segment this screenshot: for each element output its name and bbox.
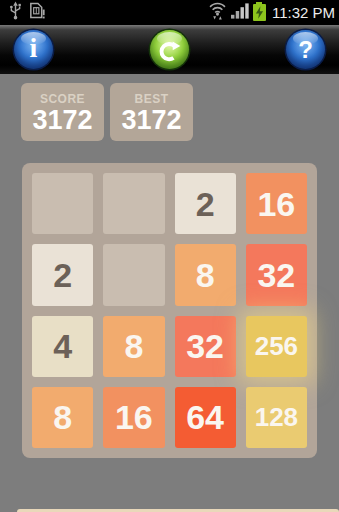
tile-4-r2c0: 4: [32, 316, 93, 377]
tile-32-r2c2: 32: [175, 316, 236, 377]
score-panel: SCORE 3172 BEST 3172: [21, 83, 193, 141]
signal-strength-icon: [231, 2, 250, 24]
tile-32-r1c3: 32: [246, 244, 307, 305]
clock-text: 11:32 PM: [272, 4, 335, 21]
status-left-icons: [3, 1, 45, 24]
tile-64-r3c2: 64: [175, 387, 236, 448]
tile-8-r3c0: 8: [32, 387, 93, 448]
tile-16-r0c3: 16: [246, 173, 307, 234]
help-icon: ?: [298, 38, 313, 62]
wifi-icon: [207, 1, 228, 24]
empty-cell-r0c1: [103, 173, 164, 234]
game-board[interactable]: 2162832483225681664128: [22, 163, 317, 458]
status-bar: 11:32 PM: [0, 0, 339, 25]
info-icon: i: [30, 34, 38, 62]
empty-cell-r1c1: [103, 244, 164, 305]
tile-128-r3c3: 128: [246, 387, 307, 448]
tile-16-r3c1: 16: [103, 387, 164, 448]
battery-charging-icon: [253, 4, 266, 21]
score-label: SCORE: [21, 92, 104, 106]
best-value: 3172: [110, 106, 193, 134]
empty-cell-r0c0: [32, 173, 93, 234]
info-button[interactable]: i: [14, 30, 53, 69]
usb-icon: [8, 1, 23, 24]
status-right-icons: 11:32 PM: [207, 1, 336, 24]
score-value: 3172: [21, 106, 104, 134]
tile-8-r1c2: 8: [175, 244, 236, 305]
phone-screen: 11:32 PM i ? SCORE 3172 BEST 3172: [0, 0, 339, 512]
restart-arrow-icon: [157, 37, 183, 63]
tile-2-r0c2: 2: [175, 173, 236, 234]
sim-alert-icon: [28, 1, 45, 24]
tile-256-r2c3: 256: [246, 316, 307, 377]
help-button[interactable]: ?: [286, 30, 325, 69]
score-box: SCORE 3172: [21, 83, 104, 141]
best-label: BEST: [110, 92, 193, 106]
restart-button[interactable]: [150, 30, 189, 69]
best-box: BEST 3172: [110, 83, 193, 141]
toolbar: i ?: [0, 25, 339, 74]
tile-2-r1c0: 2: [32, 244, 93, 305]
tile-8-r2c1: 8: [103, 316, 164, 377]
